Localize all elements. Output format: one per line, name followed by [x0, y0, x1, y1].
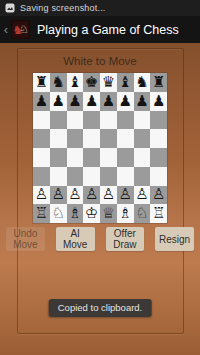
chess-piece-wp: ♙ — [85, 187, 98, 202]
board-square[interactable]: ♝ — [117, 73, 134, 92]
board-square[interactable]: ♙ — [150, 186, 167, 205]
board-square[interactable] — [150, 111, 167, 130]
undo-move-button[interactable]: Undo Move — [6, 227, 45, 251]
chess-board[interactable]: ♜♞♝♚♛♝♞♜♟♟♟♟♟♟♟♟♙♙♙♙♙♙♙♙♖♘♗♔♕♗♘♖ — [33, 73, 167, 223]
board-square[interactable] — [150, 129, 167, 148]
action-bar: ‹ ♞ ♘ Playing a Game of Chess — [0, 16, 200, 43]
board-square[interactable] — [100, 129, 117, 148]
board-square[interactable] — [100, 167, 117, 186]
chess-piece-bp: ♟ — [102, 93, 115, 108]
board-square[interactable]: ♙ — [83, 186, 100, 205]
chess-piece-bp: ♟ — [35, 93, 48, 108]
chess-piece-wb: ♗ — [118, 206, 131, 221]
board-square[interactable]: ♙ — [134, 186, 151, 205]
board-square[interactable] — [83, 111, 100, 130]
board-square[interactable] — [134, 148, 151, 167]
notification-text: Saving screenshot... — [20, 3, 106, 13]
chess-piece-wq: ♕ — [102, 206, 115, 221]
button-row: Undo Move AI Move Offer Draw Resign — [6, 227, 194, 251]
board-square[interactable]: ♟ — [117, 92, 134, 111]
board-square[interactable]: ♘ — [134, 204, 151, 223]
app-icon-knight-white: ♘ — [19, 23, 29, 36]
chess-piece-wn: ♘ — [135, 206, 148, 221]
board-square[interactable] — [100, 111, 117, 130]
board-square[interactable]: ♗ — [117, 204, 134, 223]
board-square[interactable] — [134, 167, 151, 186]
chess-piece-wp: ♙ — [68, 187, 81, 202]
board-square[interactable] — [100, 148, 117, 167]
board-square[interactable]: ♕ — [100, 204, 117, 223]
chess-piece-bn: ♞ — [51, 74, 64, 89]
chess-piece-bp: ♟ — [135, 93, 148, 108]
chess-piece-wp: ♙ — [35, 187, 48, 202]
status-bar: Saving screenshot... — [0, 0, 200, 16]
toast-message: Copied to clipboard. — [49, 299, 152, 317]
board-square[interactable]: ♜ — [150, 73, 167, 92]
chess-piece-bp: ♟ — [51, 93, 64, 108]
chess-piece-bp: ♟ — [68, 93, 81, 108]
board-square[interactable]: ♖ — [33, 204, 50, 223]
board-square[interactable]: ♟ — [67, 92, 84, 111]
offer-draw-button[interactable]: Offer Draw — [106, 227, 145, 251]
app-screen: Saving screenshot... ‹ ♞ ♘ Playing a Gam… — [0, 0, 200, 355]
board-square[interactable]: ♔ — [83, 204, 100, 223]
board-square[interactable] — [67, 148, 84, 167]
board-square[interactable]: ♙ — [67, 186, 84, 205]
app-icon: ♞ ♘ — [11, 20, 30, 39]
chess-piece-br: ♜ — [152, 74, 165, 89]
chess-piece-wn: ♘ — [51, 206, 64, 221]
board-square[interactable]: ♟ — [33, 92, 50, 111]
board-square[interactable] — [83, 167, 100, 186]
board-square[interactable]: ♟ — [50, 92, 67, 111]
chess-piece-wp: ♙ — [51, 187, 64, 202]
board-square[interactable]: ♟ — [100, 92, 117, 111]
chess-piece-bn: ♞ — [135, 74, 148, 89]
board-square[interactable]: ♝ — [67, 73, 84, 92]
board-square[interactable]: ♞ — [134, 73, 151, 92]
chess-piece-bp: ♟ — [85, 93, 98, 108]
board-square[interactable]: ♞ — [50, 73, 67, 92]
board-square[interactable] — [33, 129, 50, 148]
board-square[interactable] — [83, 129, 100, 148]
board-square[interactable] — [33, 111, 50, 130]
board-square[interactable] — [83, 148, 100, 167]
board-square[interactable] — [50, 167, 67, 186]
board-square[interactable] — [117, 148, 134, 167]
board-square[interactable] — [150, 148, 167, 167]
chess-piece-bp: ♟ — [118, 93, 131, 108]
screenshot-image-icon — [5, 3, 15, 13]
chess-piece-wp: ♙ — [102, 187, 115, 202]
chess-piece-br: ♜ — [35, 74, 48, 89]
back-chevron-icon[interactable]: ‹ — [2, 16, 10, 43]
chess-piece-wb: ♗ — [68, 206, 81, 221]
board-square[interactable]: ♙ — [33, 186, 50, 205]
board-square[interactable] — [33, 167, 50, 186]
board-square[interactable] — [117, 111, 134, 130]
chess-piece-bk: ♚ — [85, 74, 98, 89]
chess-piece-bb: ♝ — [68, 74, 81, 89]
board-square[interactable]: ♙ — [117, 186, 134, 205]
chess-piece-wr: ♖ — [35, 206, 48, 221]
board-square[interactable]: ♘ — [50, 204, 67, 223]
chess-piece-wp: ♙ — [118, 187, 131, 202]
board-square[interactable]: ♛ — [100, 73, 117, 92]
board-square[interactable] — [33, 148, 50, 167]
board-square[interactable] — [50, 129, 67, 148]
board-square[interactable] — [67, 129, 84, 148]
board-square[interactable] — [67, 111, 84, 130]
board-square[interactable]: ♗ — [67, 204, 84, 223]
turn-indicator: White to Move — [0, 55, 200, 67]
board-square[interactable]: ♜ — [33, 73, 50, 92]
board-square[interactable] — [134, 129, 151, 148]
board-square[interactable] — [67, 167, 84, 186]
ai-move-button[interactable]: AI Move — [56, 227, 95, 251]
chess-piece-wp: ♙ — [135, 187, 148, 202]
chess-piece-bb: ♝ — [118, 74, 131, 89]
board-square[interactable]: ♟ — [83, 92, 100, 111]
board-square[interactable] — [134, 111, 151, 130]
chess-piece-wr: ♖ — [152, 206, 165, 221]
board-square[interactable]: ♟ — [134, 92, 151, 111]
chess-piece-bq: ♛ — [102, 74, 115, 89]
board-square[interactable] — [50, 111, 67, 130]
board-square[interactable]: ♙ — [100, 186, 117, 205]
chess-piece-wk: ♔ — [85, 206, 98, 221]
resign-button[interactable]: Resign — [155, 227, 194, 251]
board-square[interactable]: ♙ — [50, 186, 67, 205]
page-title: Playing a Game of Chess — [37, 23, 179, 37]
chess-piece-bp: ♟ — [152, 93, 165, 108]
board-square[interactable] — [117, 129, 134, 148]
board-square[interactable]: ♚ — [83, 73, 100, 92]
board-square[interactable] — [150, 167, 167, 186]
board-square[interactable] — [117, 167, 134, 186]
chess-piece-wp: ♙ — [152, 187, 165, 202]
board-square[interactable]: ♟ — [150, 92, 167, 111]
board-square[interactable] — [50, 148, 67, 167]
board-square[interactable]: ♖ — [150, 204, 167, 223]
